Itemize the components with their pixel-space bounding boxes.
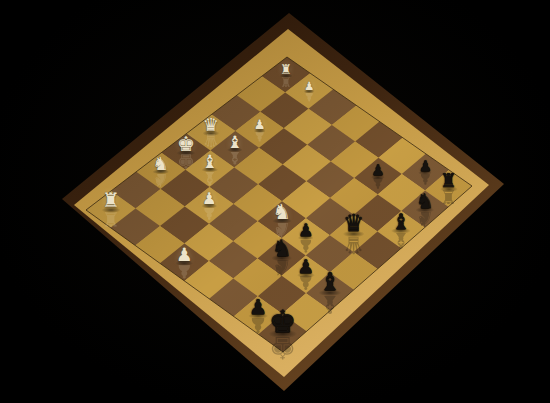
piece-white-bishop-d2[interactable]: ♝ [227,134,243,151]
piece-black-bishop-f8[interactable]: ♝ [319,270,341,295]
piece-black-knight-b8[interactable]: ♞ [416,191,434,211]
chessboard-photo-scene: ♜♜♟♟♟♟♛♛♝♝♚♚♝♝♞♞♟♟♟♟♜♜♟♟♞♞♜♜♞♞♝♝♛♛♟♟♞♞♟♟… [0,0,550,403]
piece-white-pawn-c2[interactable]: ♟ [254,118,266,131]
piece-white-pawn-h4[interactable]: ♟ [176,246,193,265]
piece-black-bishop-c8[interactable]: ♝ [392,211,411,232]
piece-white-knight-f1[interactable]: ♞ [153,155,170,173]
piece-white-rook-h1[interactable]: ♜ [102,192,120,212]
piece-black-knight-f6[interactable]: ♞ [271,237,291,260]
piece-black-king-h8[interactable]: ♚ [269,306,297,337]
piece-black-pawn-h7[interactable]: ♟ [249,297,268,318]
piece-black-queen-d7[interactable]: ♛ [343,213,364,237]
piece-black-rook-a8[interactable]: ♜ [440,172,457,191]
piece-white-bishop-e2[interactable]: ♝ [202,153,218,171]
piece-black-pawn-f7[interactable]: ♟ [297,258,314,277]
piece-white-rook-a1[interactable]: ♜ [280,63,292,76]
piece-white-knight-e5[interactable]: ♞ [272,201,291,222]
piece-black-pawn-e6[interactable]: ♟ [298,221,314,239]
piece-black-pawn-a7[interactable]: ♟ [419,159,432,174]
piece-white-pawn-f3[interactable]: ♟ [202,191,217,207]
piece-white-pawn-a2[interactable]: ♟ [304,81,314,93]
piece-black-pawn-b6[interactable]: ♟ [371,163,384,178]
piece-white-queen-d1[interactable]: ♛ [203,116,219,134]
piece-white-king-e1[interactable]: ♚ [177,134,195,154]
